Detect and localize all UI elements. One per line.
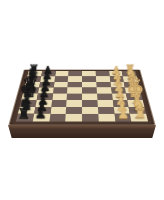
square-r5c4: [82, 100, 98, 107]
square-r4c2: [52, 94, 68, 100]
white-pawn: ♟: [117, 107, 129, 120]
board-squares: ♜♟♟♜♞♟♟♞♝♟♟♝♛♟♟♛♚♟♟♚♝♟♟♝♞♟♟♞♜♟♟♜: [16, 71, 148, 121]
square-r6c5: [98, 107, 114, 114]
square-r7c1: ♟: [32, 114, 49, 122]
square-r7c0: ♜: [16, 114, 34, 122]
board-front-edge: [8, 124, 156, 138]
square-r5c5: [97, 100, 113, 107]
square-r3c3: [67, 87, 82, 93]
square-r5c3: [66, 100, 82, 107]
square-r6c2: [50, 107, 66, 114]
square-r6c4: [82, 107, 98, 114]
black-rook: ♜: [18, 106, 32, 121]
square-r7c4: [82, 114, 99, 122]
square-r7c7: ♜: [130, 114, 148, 122]
black-pawn: ♟: [35, 107, 47, 120]
square-r3c4: [82, 87, 97, 93]
square-r4c5: [97, 94, 113, 100]
square-r3c2: [52, 87, 67, 93]
square-r6c3: [66, 107, 82, 114]
square-r4c4: [82, 94, 97, 100]
square-r7c3: [65, 114, 82, 122]
square-r5c2: [51, 100, 67, 107]
square-r3c5: [96, 87, 111, 93]
square-r4c3: [67, 94, 82, 100]
chess-board: ♜♟♟♜♞♟♟♞♝♟♟♝♛♟♟♛♚♟♟♚♝♟♟♝♞♟♟♞♜♟♟♜: [8, 69, 155, 125]
chess-set-product-photo[interactable]: ♜♟♟♜♞♟♟♞♝♟♟♝♛♟♟♛♚♟♟♚♝♟♟♝♞♟♟♞♜♟♟♜: [0, 0, 164, 200]
white-rook: ♜: [133, 106, 147, 121]
square-r7c5: [98, 114, 115, 122]
square-r7c6: ♟: [114, 114, 131, 122]
square-r7c2: [49, 114, 66, 122]
